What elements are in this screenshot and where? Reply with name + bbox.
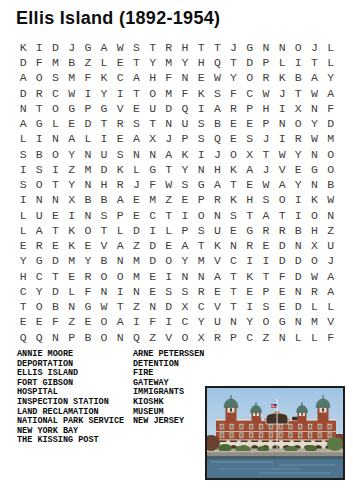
grid-cell-r3c7[interactable]: C xyxy=(112,71,128,86)
grid-cell-r19c16[interactable]: O xyxy=(258,315,274,330)
grid-cell-r5c17[interactable]: I xyxy=(274,101,290,116)
grid-cell-r18c7[interactable]: T xyxy=(112,299,128,314)
grid-cell-r8c3[interactable]: O xyxy=(47,147,63,162)
grid-cell-r10c14[interactable]: T xyxy=(225,177,241,192)
grid-cell-r5c6[interactable]: G xyxy=(96,101,112,116)
grid-cell-r20c19[interactable]: L xyxy=(306,330,322,345)
grid-cell-r20c13[interactable]: R xyxy=(209,330,225,345)
grid-cell-r6c3[interactable]: L xyxy=(47,116,63,131)
grid-cell-r17c14[interactable]: T xyxy=(225,284,241,299)
grid-cell-r4c9[interactable]: O xyxy=(145,86,161,101)
grid-cell-r1c15[interactable]: G xyxy=(242,40,258,55)
grid-cell-r8c11[interactable]: K xyxy=(177,147,193,162)
grid-cell-r13c4[interactable]: K xyxy=(64,223,80,238)
grid-cell-r20c17[interactable]: N xyxy=(274,330,290,345)
grid-cell-r15c18[interactable]: D xyxy=(290,254,306,269)
grid-cell-r2c4[interactable]: B xyxy=(64,55,80,70)
grid-cell-r6c12[interactable]: S xyxy=(193,116,209,131)
grid-cell-r10c20[interactable]: B xyxy=(323,177,339,192)
grid-cell-r9c8[interactable]: L xyxy=(128,162,144,177)
grid-cell-r10c17[interactable]: A xyxy=(274,177,290,192)
grid-cell-r20c8[interactable]: Q xyxy=(128,330,144,345)
grid-cell-r11c16[interactable]: S xyxy=(258,193,274,208)
grid-cell-r8c13[interactable]: J xyxy=(209,147,225,162)
grid-cell-r2c15[interactable]: D xyxy=(242,55,258,70)
grid-cell-r10c18[interactable]: Y xyxy=(290,177,306,192)
grid-cell-r12c10[interactable]: T xyxy=(161,208,177,223)
grid-cell-r18c20[interactable]: L xyxy=(323,299,339,314)
grid-cell-r16c10[interactable]: I xyxy=(161,269,177,284)
grid-cell-r13c17[interactable]: R xyxy=(274,223,290,238)
grid-cell-r18c9[interactable]: N xyxy=(145,299,161,314)
grid-cell-r17c5[interactable]: F xyxy=(80,284,96,299)
grid-cell-r7c9[interactable]: X xyxy=(145,132,161,147)
grid-cell-r1c3[interactable]: D xyxy=(47,40,63,55)
grid-cell-r8c16[interactable]: T xyxy=(258,147,274,162)
grid-cell-r18c1[interactable]: T xyxy=(15,299,31,314)
grid-cell-r12c12[interactable]: O xyxy=(193,208,209,223)
grid-cell-r18c14[interactable]: T xyxy=(225,299,241,314)
grid-cell-r19c18[interactable]: N xyxy=(290,315,306,330)
grid-cell-r14c8[interactable]: Z xyxy=(128,238,144,253)
grid-cell-r14c4[interactable]: K xyxy=(64,238,80,253)
grid-cell-r17c13[interactable]: E xyxy=(209,284,225,299)
grid-cell-r11c15[interactable]: H xyxy=(242,193,258,208)
grid-cell-r11c4[interactable]: X xyxy=(64,193,80,208)
grid-cell-r16c4[interactable]: E xyxy=(64,269,80,284)
grid-cell-r20c7[interactable]: N xyxy=(112,330,128,345)
grid-cell-r8c2[interactable]: B xyxy=(31,147,47,162)
grid-cell-r3c3[interactable]: S xyxy=(47,71,63,86)
grid-cell-r14c7[interactable]: A xyxy=(112,238,128,253)
grid-cell-r9c5[interactable]: M xyxy=(80,162,96,177)
grid-cell-r7c12[interactable]: S xyxy=(193,132,209,147)
grid-cell-r9c19[interactable]: G xyxy=(306,162,322,177)
grid-cell-r9c1[interactable]: I xyxy=(15,162,31,177)
grid-cell-r1c16[interactable]: N xyxy=(258,40,274,55)
grid-cell-r1c9[interactable]: T xyxy=(145,40,161,55)
grid-cell-r4c6[interactable]: Y xyxy=(96,86,112,101)
grid-cell-r19c14[interactable]: N xyxy=(225,315,241,330)
grid-cell-r2c11[interactable]: Y xyxy=(177,55,193,70)
grid-cell-r10c2[interactable]: O xyxy=(31,177,47,192)
grid-cell-r15c14[interactable]: C xyxy=(225,254,241,269)
grid-cell-r18c3[interactable]: B xyxy=(47,299,63,314)
grid-cell-r1c20[interactable]: L xyxy=(323,40,339,55)
grid-cell-r16c14[interactable]: T xyxy=(225,269,241,284)
grid-cell-r14c16[interactable]: E xyxy=(258,238,274,253)
grid-cell-r3c9[interactable]: H xyxy=(145,71,161,86)
grid-cell-r6c20[interactable]: D xyxy=(323,116,339,131)
grid-cell-r12c7[interactable]: P xyxy=(112,208,128,223)
word-search-grid[interactable]: KIDJGAWSTRHTTJGNNOJLDFMBZLETYMYHQTDPLITL… xyxy=(15,40,339,345)
grid-cell-r4c17[interactable]: J xyxy=(274,86,290,101)
grid-cell-r12c4[interactable]: I xyxy=(64,208,80,223)
grid-cell-r4c8[interactable]: T xyxy=(128,86,144,101)
grid-cell-r5c3[interactable]: O xyxy=(47,101,63,116)
grid-cell-r2c10[interactable]: M xyxy=(161,55,177,70)
grid-cell-r17c6[interactable]: N xyxy=(96,284,112,299)
grid-cell-r16c5[interactable]: R xyxy=(80,269,96,284)
grid-cell-r10c15[interactable]: E xyxy=(242,177,258,192)
grid-cell-r9c12[interactable]: N xyxy=(193,162,209,177)
grid-cell-r17c16[interactable]: P xyxy=(258,284,274,299)
grid-cell-r15c10[interactable]: O xyxy=(161,254,177,269)
grid-cell-r11c12[interactable]: P xyxy=(193,193,209,208)
grid-cell-r19c5[interactable]: E xyxy=(80,315,96,330)
grid-cell-r11c18[interactable]: I xyxy=(290,193,306,208)
grid-cell-r9c10[interactable]: T xyxy=(161,162,177,177)
grid-cell-r15c17[interactable]: D xyxy=(274,254,290,269)
grid-cell-r9c18[interactable]: E xyxy=(290,162,306,177)
grid-cell-r14c12[interactable]: T xyxy=(193,238,209,253)
grid-cell-r16c3[interactable]: T xyxy=(47,269,63,284)
grid-cell-r5c2[interactable]: T xyxy=(31,101,47,116)
grid-cell-r13c10[interactable]: L xyxy=(161,223,177,238)
grid-cell-r18c15[interactable]: I xyxy=(242,299,258,314)
grid-cell-r8c8[interactable]: N xyxy=(128,147,144,162)
grid-cell-r17c17[interactable]: E xyxy=(274,284,290,299)
grid-cell-r4c20[interactable]: A xyxy=(323,86,339,101)
grid-cell-r4c15[interactable]: C xyxy=(242,86,258,101)
grid-cell-r13c9[interactable]: I xyxy=(145,223,161,238)
grid-cell-r17c11[interactable]: S xyxy=(177,284,193,299)
grid-cell-r19c15[interactable]: Y xyxy=(242,315,258,330)
grid-cell-r11c10[interactable]: Z xyxy=(161,193,177,208)
grid-cell-r6c8[interactable]: S xyxy=(128,116,144,131)
grid-cell-r9c11[interactable]: Y xyxy=(177,162,193,177)
grid-cell-r11c13[interactable]: R xyxy=(209,193,225,208)
grid-cell-r4c12[interactable]: K xyxy=(193,86,209,101)
grid-cell-r1c17[interactable]: N xyxy=(274,40,290,55)
grid-cell-r19c4[interactable]: Z xyxy=(64,315,80,330)
grid-cell-r2c7[interactable]: E xyxy=(112,55,128,70)
grid-cell-r8c15[interactable]: X xyxy=(242,147,258,162)
grid-cell-r3c12[interactable]: E xyxy=(193,71,209,86)
grid-cell-r18c8[interactable]: Z xyxy=(128,299,144,314)
grid-cell-r4c13[interactable]: S xyxy=(209,86,225,101)
grid-cell-r17c12[interactable]: R xyxy=(193,284,209,299)
grid-cell-r12c16[interactable]: A xyxy=(258,208,274,223)
grid-cell-r15c7[interactable]: N xyxy=(112,254,128,269)
grid-cell-r5c5[interactable]: P xyxy=(80,101,96,116)
grid-cell-r20c4[interactable]: P xyxy=(64,330,80,345)
grid-cell-r6c10[interactable]: N xyxy=(161,116,177,131)
grid-cell-r19c1[interactable]: E xyxy=(15,315,31,330)
grid-cell-r13c19[interactable]: H xyxy=(306,223,322,238)
grid-cell-r16c9[interactable]: E xyxy=(145,269,161,284)
grid-cell-r3c18[interactable]: B xyxy=(290,71,306,86)
grid-cell-r7c17[interactable]: I xyxy=(274,132,290,147)
grid-cell-r10c19[interactable]: N xyxy=(306,177,322,192)
grid-cell-r11c5[interactable]: B xyxy=(80,193,96,208)
grid-cell-r8c14[interactable]: O xyxy=(225,147,241,162)
grid-cell-r19c11[interactable]: C xyxy=(177,315,193,330)
grid-cell-r10c10[interactable]: W xyxy=(161,177,177,192)
grid-cell-r15c6[interactable]: B xyxy=(96,254,112,269)
grid-cell-r17c20[interactable]: A xyxy=(323,284,339,299)
grid-cell-r1c2[interactable]: I xyxy=(31,40,47,55)
grid-cell-r11c1[interactable]: I xyxy=(15,193,31,208)
grid-cell-r12c19[interactable]: O xyxy=(306,208,322,223)
grid-cell-r8c4[interactable]: Y xyxy=(64,147,80,162)
grid-cell-r12c15[interactable]: T xyxy=(242,208,258,223)
grid-cell-r9c13[interactable]: H xyxy=(209,162,225,177)
grid-cell-r5c19[interactable]: N xyxy=(306,101,322,116)
grid-cell-r2c6[interactable]: L xyxy=(96,55,112,70)
grid-cell-r5c15[interactable]: P xyxy=(242,101,258,116)
grid-cell-r5c11[interactable]: Q xyxy=(177,101,193,116)
grid-cell-r15c11[interactable]: Y xyxy=(177,254,193,269)
grid-cell-r14c20[interactable]: U xyxy=(323,238,339,253)
grid-cell-r16c12[interactable]: N xyxy=(193,269,209,284)
grid-cell-r19c12[interactable]: Y xyxy=(193,315,209,330)
grid-cell-r3c14[interactable]: Y xyxy=(225,71,241,86)
grid-cell-r2c3[interactable]: M xyxy=(47,55,63,70)
grid-cell-r14c9[interactable]: D xyxy=(145,238,161,253)
grid-cell-r19c8[interactable]: I xyxy=(128,315,144,330)
grid-cell-r5c9[interactable]: U xyxy=(145,101,161,116)
grid-cell-r9c9[interactable]: G xyxy=(145,162,161,177)
grid-cell-r18c4[interactable]: N xyxy=(64,299,80,314)
grid-cell-r5c12[interactable]: I xyxy=(193,101,209,116)
grid-cell-r16c15[interactable]: K xyxy=(242,269,258,284)
grid-cell-r17c19[interactable]: R xyxy=(306,284,322,299)
grid-cell-r2c20[interactable]: L xyxy=(323,55,339,70)
grid-cell-r17c18[interactable]: N xyxy=(290,284,306,299)
grid-cell-r15c8[interactable]: M xyxy=(128,254,144,269)
grid-cell-r20c1[interactable]: Q xyxy=(15,330,31,345)
grid-cell-r19c13[interactable]: U xyxy=(209,315,225,330)
grid-cell-r14c15[interactable]: R xyxy=(242,238,258,253)
grid-cell-r16c17[interactable]: F xyxy=(274,269,290,284)
grid-cell-r20c2[interactable]: Q xyxy=(31,330,47,345)
grid-cell-r15c5[interactable]: Y xyxy=(80,254,96,269)
grid-cell-r11c14[interactable]: K xyxy=(225,193,241,208)
grid-cell-r2c16[interactable]: P xyxy=(258,55,274,70)
grid-cell-r8c12[interactable]: I xyxy=(193,147,209,162)
grid-cell-r6c18[interactable]: O xyxy=(290,116,306,131)
grid-cell-r20c20[interactable]: F xyxy=(323,330,339,345)
grid-cell-r1c19[interactable]: J xyxy=(306,40,322,55)
grid-cell-r16c18[interactable]: D xyxy=(290,269,306,284)
grid-cell-r4c1[interactable]: D xyxy=(15,86,31,101)
grid-cell-r18c11[interactable]: X xyxy=(177,299,193,314)
grid-cell-r7c7[interactable]: E xyxy=(112,132,128,147)
grid-cell-r11c17[interactable]: O xyxy=(274,193,290,208)
grid-cell-r15c19[interactable]: O xyxy=(306,254,322,269)
grid-cell-r16c19[interactable]: W xyxy=(306,269,322,284)
grid-cell-r20c16[interactable]: Z xyxy=(258,330,274,345)
grid-cell-r12c6[interactable]: S xyxy=(96,208,112,223)
grid-cell-r18c2[interactable]: O xyxy=(31,299,47,314)
grid-cell-r8c9[interactable]: N xyxy=(145,147,161,162)
grid-cell-r7c1[interactable]: L xyxy=(15,132,31,147)
grid-cell-r5c4[interactable]: G xyxy=(64,101,80,116)
grid-cell-r19c7[interactable]: A xyxy=(112,315,128,330)
grid-cell-r6c16[interactable]: P xyxy=(258,116,274,131)
grid-cell-r12c13[interactable]: N xyxy=(209,208,225,223)
grid-cell-r6c14[interactable]: E xyxy=(225,116,241,131)
grid-cell-r6c17[interactable]: N xyxy=(274,116,290,131)
grid-cell-r7c8[interactable]: A xyxy=(128,132,144,147)
grid-cell-r15c16[interactable]: I xyxy=(258,254,274,269)
grid-cell-r17c8[interactable]: N xyxy=(128,284,144,299)
grid-cell-r9c3[interactable]: I xyxy=(47,162,63,177)
grid-cell-r15c13[interactable]: V xyxy=(209,254,225,269)
grid-cell-r17c9[interactable]: E xyxy=(145,284,161,299)
grid-cell-r12c14[interactable]: S xyxy=(225,208,241,223)
grid-cell-r2c8[interactable]: T xyxy=(128,55,144,70)
grid-cell-r17c4[interactable]: L xyxy=(64,284,80,299)
grid-cell-r12c9[interactable]: C xyxy=(145,208,161,223)
grid-cell-r17c3[interactable]: D xyxy=(47,284,63,299)
grid-cell-r14c19[interactable]: X xyxy=(306,238,322,253)
grid-cell-r1c12[interactable]: T xyxy=(193,40,209,55)
grid-cell-r10c4[interactable]: Y xyxy=(64,177,80,192)
grid-cell-r4c7[interactable]: I xyxy=(112,86,128,101)
grid-cell-r10c5[interactable]: N xyxy=(80,177,96,192)
grid-cell-r5c7[interactable]: V xyxy=(112,101,128,116)
grid-cell-r6c6[interactable]: T xyxy=(96,116,112,131)
grid-cell-r3c16[interactable]: R xyxy=(258,71,274,86)
grid-cell-r3c10[interactable]: F xyxy=(161,71,177,86)
grid-cell-r13c20[interactable]: Z xyxy=(323,223,339,238)
grid-cell-r20c9[interactable]: Z xyxy=(145,330,161,345)
grid-cell-r6c15[interactable]: E xyxy=(242,116,258,131)
grid-cell-r9c4[interactable]: Z xyxy=(64,162,80,177)
grid-cell-r14c6[interactable]: V xyxy=(96,238,112,253)
grid-cell-r19c2[interactable]: E xyxy=(31,315,47,330)
grid-cell-r19c19[interactable]: M xyxy=(306,315,322,330)
grid-cell-r7c2[interactable]: I xyxy=(31,132,47,147)
grid-cell-r9c16[interactable]: J xyxy=(258,162,274,177)
grid-cell-r3c20[interactable]: Y xyxy=(323,71,339,86)
grid-cell-r7c20[interactable]: M xyxy=(323,132,339,147)
grid-cell-r13c3[interactable]: T xyxy=(47,223,63,238)
grid-cell-r13c16[interactable]: R xyxy=(258,223,274,238)
grid-cell-r15c4[interactable]: M xyxy=(64,254,80,269)
grid-cell-r20c6[interactable]: O xyxy=(96,330,112,345)
grid-cell-r20c5[interactable]: B xyxy=(80,330,96,345)
grid-cell-r12c5[interactable]: N xyxy=(80,208,96,223)
grid-cell-r10c13[interactable]: A xyxy=(209,177,225,192)
grid-cell-r13c18[interactable]: B xyxy=(290,223,306,238)
grid-cell-r3c19[interactable]: A xyxy=(306,71,322,86)
grid-cell-r2c9[interactable]: Y xyxy=(145,55,161,70)
grid-cell-r13c11[interactable]: P xyxy=(177,223,193,238)
grid-cell-r11c11[interactable]: E xyxy=(177,193,193,208)
grid-cell-r10c9[interactable]: F xyxy=(145,177,161,192)
grid-cell-r3c1[interactable]: A xyxy=(15,71,31,86)
grid-cell-r10c16[interactable]: W xyxy=(258,177,274,192)
grid-cell-r16c20[interactable]: A xyxy=(323,269,339,284)
grid-cell-r3c6[interactable]: K xyxy=(96,71,112,86)
grid-cell-r20c11[interactable]: O xyxy=(177,330,193,345)
grid-cell-r20c10[interactable]: V xyxy=(161,330,177,345)
grid-cell-r18c6[interactable]: W xyxy=(96,299,112,314)
grid-cell-r4c19[interactable]: W xyxy=(306,86,322,101)
grid-cell-r1c11[interactable]: H xyxy=(177,40,193,55)
grid-cell-r2c19[interactable]: T xyxy=(306,55,322,70)
grid-cell-r2c17[interactable]: L xyxy=(274,55,290,70)
grid-cell-r15c1[interactable]: Y xyxy=(15,254,31,269)
grid-cell-r14c18[interactable]: N xyxy=(290,238,306,253)
grid-cell-r4c18[interactable]: T xyxy=(290,86,306,101)
grid-cell-r11c3[interactable]: N xyxy=(47,193,63,208)
grid-cell-r12c17[interactable]: T xyxy=(274,208,290,223)
grid-cell-r20c18[interactable]: L xyxy=(290,330,306,345)
grid-cell-r8c7[interactable]: S xyxy=(112,147,128,162)
grid-cell-r7c3[interactable]: N xyxy=(47,132,63,147)
grid-cell-r11c6[interactable]: B xyxy=(96,193,112,208)
grid-cell-r9c2[interactable]: S xyxy=(31,162,47,177)
grid-cell-r4c5[interactable]: I xyxy=(80,86,96,101)
grid-cell-r9c20[interactable]: O xyxy=(323,162,339,177)
grid-cell-r2c2[interactable]: F xyxy=(31,55,47,70)
grid-cell-r16c2[interactable]: C xyxy=(31,269,47,284)
grid-cell-r12c11[interactable]: I xyxy=(177,208,193,223)
grid-cell-r3c11[interactable]: N xyxy=(177,71,193,86)
grid-cell-r19c20[interactable]: V xyxy=(323,315,339,330)
grid-cell-r7c18[interactable]: R xyxy=(290,132,306,147)
grid-cell-r7c16[interactable]: J xyxy=(258,132,274,147)
grid-cell-r3c13[interactable]: W xyxy=(209,71,225,86)
grid-cell-r3c8[interactable]: A xyxy=(128,71,144,86)
grid-cell-r17c7[interactable]: I xyxy=(112,284,128,299)
grid-cell-r5c10[interactable]: D xyxy=(161,101,177,116)
grid-cell-r16c6[interactable]: O xyxy=(96,269,112,284)
grid-cell-r12c20[interactable]: N xyxy=(323,208,339,223)
grid-cell-r10c1[interactable]: S xyxy=(15,177,31,192)
grid-cell-r19c6[interactable]: O xyxy=(96,315,112,330)
grid-cell-r1c5[interactable]: G xyxy=(80,40,96,55)
grid-cell-r16c7[interactable]: O xyxy=(112,269,128,284)
grid-cell-r7c4[interactable]: A xyxy=(64,132,80,147)
grid-cell-r6c2[interactable]: G xyxy=(31,116,47,131)
grid-cell-r12c8[interactable]: E xyxy=(128,208,144,223)
grid-cell-r18c18[interactable]: D xyxy=(290,299,306,314)
grid-cell-r1c8[interactable]: S xyxy=(128,40,144,55)
grid-cell-r11c20[interactable]: W xyxy=(323,193,339,208)
grid-cell-r2c18[interactable]: I xyxy=(290,55,306,70)
grid-cell-r2c13[interactable]: Q xyxy=(209,55,225,70)
grid-cell-r14c17[interactable]: D xyxy=(274,238,290,253)
grid-cell-r6c5[interactable]: D xyxy=(80,116,96,131)
grid-cell-r19c3[interactable]: F xyxy=(47,315,63,330)
grid-cell-r10c7[interactable]: R xyxy=(112,177,128,192)
grid-cell-r19c9[interactable]: F xyxy=(145,315,161,330)
grid-cell-r5c18[interactable]: X xyxy=(290,101,306,116)
grid-cell-r4c2[interactable]: R xyxy=(31,86,47,101)
grid-cell-r7c6[interactable]: I xyxy=(96,132,112,147)
grid-cell-r8c17[interactable]: W xyxy=(274,147,290,162)
grid-cell-r15c9[interactable]: D xyxy=(145,254,161,269)
grid-cell-r8c1[interactable]: S xyxy=(15,147,31,162)
grid-cell-r13c7[interactable]: L xyxy=(112,223,128,238)
grid-cell-r7c5[interactable]: L xyxy=(80,132,96,147)
grid-cell-r13c5[interactable]: O xyxy=(80,223,96,238)
grid-cell-r10c8[interactable]: J xyxy=(128,177,144,192)
grid-cell-r11c19[interactable]: K xyxy=(306,193,322,208)
grid-cell-r20c12[interactable]: X xyxy=(193,330,209,345)
grid-cell-r20c15[interactable]: C xyxy=(242,330,258,345)
grid-cell-r6c19[interactable]: Y xyxy=(306,116,322,131)
grid-cell-r5c16[interactable]: H xyxy=(258,101,274,116)
grid-cell-r2c14[interactable]: T xyxy=(225,55,241,70)
grid-cell-r8c20[interactable]: O xyxy=(323,147,339,162)
grid-cell-r15c3[interactable]: D xyxy=(47,254,63,269)
